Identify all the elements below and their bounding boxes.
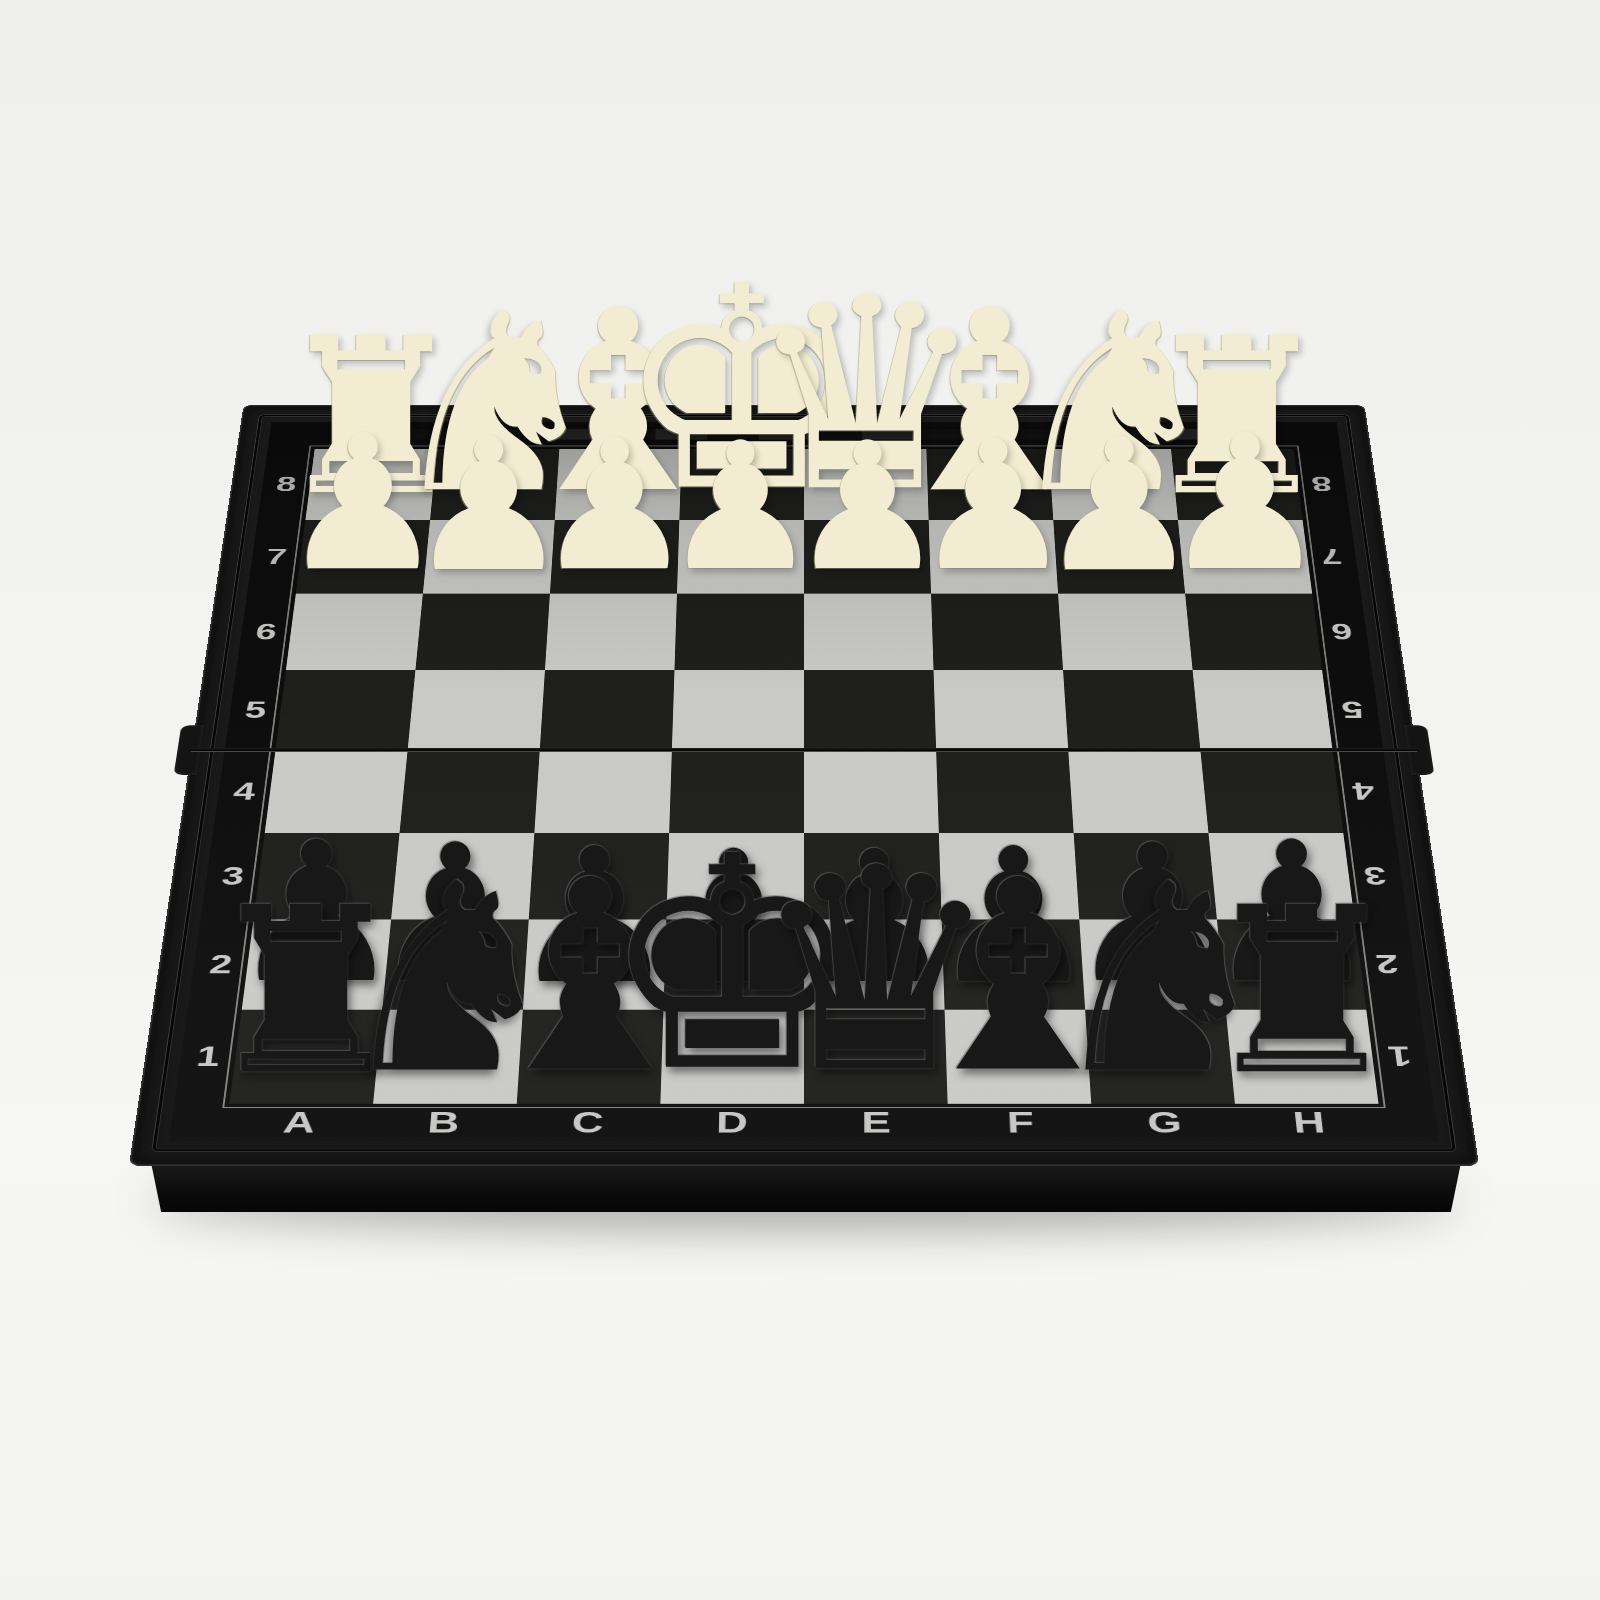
square-h5[interactable]	[1193, 670, 1333, 750]
pieces-layer: ♜♞♝♚♛♝♞♜♟♟♟♟♟♟♟♟♟♟♟♟♟♟♟♟♜♞♝♚♛♝♞♜	[0, 0, 1600, 1600]
square-d5[interactable]	[672, 670, 804, 750]
square-f5[interactable]	[934, 670, 1069, 750]
piece-black-rook-h1[interactable]: ♜	[1199, 895, 1404, 1090]
square-e5[interactable]	[804, 670, 936, 750]
hinge-seam	[191, 748, 1416, 751]
photo-backdrop: 87654321 87654321 ABCDEFGH ♜♞♝♚♛♝♞♜♟♟♟♟♟…	[0, 0, 1600, 1600]
piece-white-pawn-h7[interactable]: ♟	[1162, 424, 1329, 582]
square-g5[interactable]	[1063, 670, 1200, 750]
square-b5[interactable]	[408, 670, 545, 750]
square-a5[interactable]	[276, 670, 416, 750]
square-c5[interactable]	[540, 670, 675, 750]
